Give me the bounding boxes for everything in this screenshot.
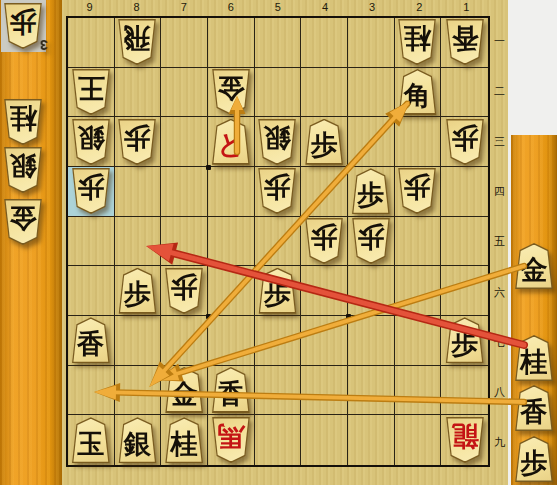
piece-glyph: 銀 [124,427,151,461]
board-cell-6-5[interactable] [208,217,255,267]
rank-label: 四 [491,184,508,199]
board-cell-7-7[interactable] [161,316,208,366]
gote-piece[interactable]: 歩 [257,168,297,214]
board-cell-3-1[interactable] [348,18,395,68]
gote-piece[interactable]: 王 [71,69,111,115]
board-cell-3-8[interactable] [348,366,395,416]
board-cell-6-6[interactable] [208,266,255,316]
board-cell-2-9[interactable] [395,415,442,465]
sente-piece[interactable]: 香 [71,317,111,363]
sente-piece[interactable]: 金 [514,243,554,289]
board-cell-8-2[interactable] [115,68,162,118]
board-cell-3-6[interactable] [348,266,395,316]
rank-label: 八 [491,385,508,400]
sente-hand-tray: 金桂香歩 [511,135,557,485]
board-cell-6-1[interactable] [208,18,255,68]
piece-glyph: 王 [77,71,104,105]
gote-piece[interactable]: 銀 [71,119,111,165]
piece-glyph: 飛 [124,22,151,56]
gote-hand-tray: 歩3桂銀金 [0,0,62,485]
board-cell-2-6[interactable] [395,266,442,316]
piece-glyph: と [217,128,245,162]
star-point [346,314,351,319]
board-cell-1-9[interactable]: 龍 [441,415,488,465]
board-cell-4-7[interactable] [301,316,348,366]
sente-piece[interactable]: 金 [164,367,204,413]
gote-piece[interactable]: 飛 [117,19,157,65]
piece-glyph: 龍 [451,420,478,454]
board-cell-4-1[interactable] [301,18,348,68]
piece-glyph: 歩 [124,277,151,311]
gote-piece[interactable]: 銀 [257,119,297,165]
piece-glyph: 歩 [357,220,384,254]
rank-label: 七 [491,335,508,350]
piece-glyph: 歩 [451,327,478,361]
shogi-board: 飛桂香王金角銀歩と銀歩歩歩歩歩歩歩歩歩歩歩香歩金香玉銀桂馬龍 [66,16,490,467]
piece-glyph: 金 [521,253,548,287]
board-cell-9-8[interactable] [68,366,115,416]
sente-piece[interactable]: 角 [397,69,437,115]
piece-glyph: 銀 [77,121,104,155]
sente-piece[interactable]: と [211,119,251,165]
piece-glyph: 歩 [264,277,291,311]
board-cell-7-4[interactable] [161,167,208,217]
board-cell-7-8[interactable]: 金 [161,366,208,416]
board-cell-2-3[interactable] [395,117,442,167]
sente-piece[interactable]: 歩 [514,436,554,482]
board-cell-5-7[interactable] [255,316,302,366]
board-cell-6-8[interactable]: 香 [208,366,255,416]
board-cell-3-4[interactable]: 歩 [348,167,395,217]
board-cell-5-3[interactable]: 銀 [255,117,302,167]
board-cell-1-1[interactable]: 香 [441,18,488,68]
gote-piece[interactable]: 歩 [351,218,391,264]
rank-label: 一 [491,34,508,49]
file-label: 1 [443,1,490,13]
board-cell-3-3[interactable] [348,117,395,167]
piece-glyph: 歩 [311,128,338,162]
gote-piece[interactable]: 歩 [164,268,204,314]
board-cell-8-7[interactable] [115,316,162,366]
board-cell-9-6[interactable] [68,266,115,316]
file-label: 8 [113,1,160,13]
file-label: 5 [254,1,301,13]
piece-glyph: 歩 [521,446,548,480]
board-cell-8-6[interactable]: 歩 [115,266,162,316]
sente-piece[interactable]: 香 [514,385,554,431]
board-cell-5-4[interactable]: 歩 [255,167,302,217]
board-cell-3-9[interactable] [348,415,395,465]
piece-glyph: 香 [521,395,548,429]
board-cell-1-4[interactable] [441,167,488,217]
board-cell-3-7[interactable] [348,316,395,366]
piece-glyph: 歩 [171,270,198,304]
board-cell-3-2[interactable] [348,68,395,118]
piece-glyph: 香 [217,377,244,411]
board-cell-2-4[interactable]: 歩 [395,167,442,217]
board-cell-7-2[interactable] [161,68,208,118]
star-point [346,165,351,170]
board-cell-2-5[interactable] [395,217,442,267]
piece-glyph: 桂 [171,427,198,461]
board-cell-4-6[interactable] [301,266,348,316]
gote-piece[interactable]: 歩 [445,119,485,165]
board-cell-1-2[interactable] [441,68,488,118]
piece-glyph: 香 [77,327,104,361]
gote-piece[interactable]: 金 [3,199,43,245]
sente-piece[interactable]: 銀 [117,417,157,463]
piece-glyph: 玉 [77,427,104,461]
board-cell-9-9[interactable]: 玉 [68,415,115,465]
board-cell-4-5[interactable]: 歩 [301,217,348,267]
board-cell-4-8[interactable] [301,366,348,416]
gote-piece[interactable]: 龍 [445,417,485,463]
piece-glyph: 桂 [521,345,548,379]
star-point [206,314,211,319]
piece-glyph: 桂 [10,102,37,136]
piece-glyph: 金 [217,71,244,105]
piece-glyph: 歩 [264,171,291,205]
board-cell-6-3[interactable]: と [208,117,255,167]
board-cell-4-9[interactable] [301,415,348,465]
file-label: 2 [396,1,443,13]
board-cell-4-4[interactable] [301,167,348,217]
sente-piece[interactable]: 歩 [351,168,391,214]
gote-piece[interactable]: 銀 [3,147,43,193]
gote-piece[interactable]: 馬 [211,417,251,463]
rank-label: 二 [491,84,508,99]
file-label: 7 [160,1,207,13]
board-cell-7-9[interactable]: 桂 [161,415,208,465]
board-cell-2-2[interactable]: 角 [395,68,442,118]
board-cell-9-1[interactable] [68,18,115,68]
piece-glyph: 歩 [124,121,151,155]
board-cell-1-7[interactable]: 歩 [441,316,488,366]
board-cell-6-9[interactable]: 馬 [208,415,255,465]
piece-glyph: 角 [404,79,431,113]
piece-glyph: 銀 [264,121,291,155]
board-cell-5-1[interactable] [255,18,302,68]
board-cell-6-7[interactable] [208,316,255,366]
board-cell-5-9[interactable] [255,415,302,465]
board-cell-6-2[interactable]: 金 [208,68,255,118]
file-label: 6 [207,1,254,13]
sente-piece[interactable]: 香 [211,367,251,413]
board-cell-1-6[interactable] [441,266,488,316]
board-cell-9-3[interactable]: 銀 [68,117,115,167]
board-cell-5-8[interactable] [255,366,302,416]
rank-label: 九 [491,435,508,450]
gote-piece[interactable]: 歩 [117,119,157,165]
board-cell-7-3[interactable] [161,117,208,167]
gote-piece[interactable]: 桂 [3,99,43,145]
board-cell-8-3[interactable]: 歩 [115,117,162,167]
board-cell-4-3[interactable]: 歩 [301,117,348,167]
sente-piece[interactable]: 歩 [257,268,297,314]
sente-piece[interactable]: 歩 [304,119,344,165]
gote-piece[interactable]: 桂 [397,19,437,65]
board-cell-9-4[interactable]: 歩 [68,167,115,217]
board-cell-1-3[interactable]: 歩 [441,117,488,167]
rank-label: 五 [491,234,508,249]
file-label: 9 [66,1,113,13]
gote-piece[interactable]: 歩 [397,168,437,214]
board-cell-9-5[interactable] [68,217,115,267]
piece-glyph: 歩 [357,178,384,212]
hand-piece-count: 3 [40,37,48,53]
board-cell-8-9[interactable]: 銀 [115,415,162,465]
star-point [206,165,211,170]
board-cell-1-8[interactable] [441,366,488,416]
board-cell-2-1[interactable]: 桂 [395,18,442,68]
board-cell-9-7[interactable]: 香 [68,316,115,366]
sente-piece[interactable]: 桂 [514,335,554,381]
board-cell-8-1[interactable]: 飛 [115,18,162,68]
rank-label: 六 [491,285,508,300]
board-cell-9-2[interactable]: 王 [68,68,115,118]
sente-piece[interactable]: 歩 [445,317,485,363]
sente-piece[interactable]: 玉 [71,417,111,463]
piece-glyph: 歩 [10,6,37,40]
piece-glyph: 金 [171,377,198,411]
board-cell-7-5[interactable] [161,217,208,267]
board-cell-8-4[interactable] [115,167,162,217]
board-cell-2-8[interactable] [395,366,442,416]
board-cell-2-7[interactable] [395,316,442,366]
gote-piece[interactable]: 歩3 [3,3,43,49]
piece-glyph: 歩 [311,220,338,254]
piece-glyph: 歩 [77,171,104,205]
board-cell-8-5[interactable] [115,217,162,267]
piece-glyph: 銀 [10,150,37,184]
file-label: 4 [302,1,349,13]
piece-glyph: 歩 [404,171,431,205]
gote-piece[interactable]: 香 [445,19,485,65]
board-cell-7-6[interactable]: 歩 [161,266,208,316]
piece-glyph: 桂 [404,22,431,56]
piece-glyph: 金 [10,202,37,236]
rank-label: 三 [491,134,508,149]
gote-piece[interactable]: 金 [211,69,251,115]
piece-glyph: 馬 [217,420,244,454]
board-cell-8-8[interactable] [115,366,162,416]
piece-glyph: 香 [451,22,478,56]
board-cell-3-5[interactable]: 歩 [348,217,395,267]
board-cell-5-6[interactable]: 歩 [255,266,302,316]
board-cell-7-1[interactable] [161,18,208,68]
board-cell-4-2[interactable] [301,68,348,118]
board-cell-1-5[interactable] [441,217,488,267]
gote-piece[interactable]: 歩 [304,218,344,264]
board-cell-5-5[interactable] [255,217,302,267]
sente-piece[interactable]: 歩 [117,268,157,314]
piece-glyph: 歩 [451,121,478,155]
board-cell-5-2[interactable] [255,68,302,118]
board-cell-6-4[interactable] [208,167,255,217]
file-label: 3 [349,1,396,13]
sente-piece[interactable]: 桂 [164,417,204,463]
gote-piece[interactable]: 歩 [71,168,111,214]
